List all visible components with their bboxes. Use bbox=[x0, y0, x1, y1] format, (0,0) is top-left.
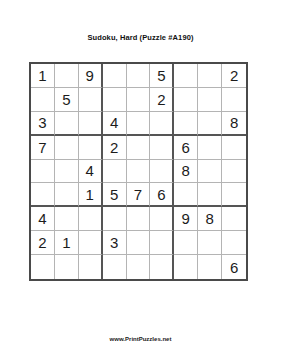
cell-r3c8[interactable] bbox=[198, 112, 222, 136]
cell-r2c8[interactable] bbox=[198, 88, 222, 112]
cell-r1c7[interactable] bbox=[174, 64, 198, 88]
cell-r2c9[interactable] bbox=[222, 88, 246, 112]
cell-r8c6[interactable] bbox=[150, 231, 174, 255]
cell-r4c5[interactable] bbox=[127, 136, 151, 160]
cell-r9c1[interactable] bbox=[31, 255, 55, 279]
cell-r1c5[interactable] bbox=[127, 64, 151, 88]
cell-r1c2[interactable] bbox=[55, 64, 79, 88]
cell-r5c9[interactable] bbox=[222, 160, 246, 184]
cell-r8c3[interactable] bbox=[79, 231, 103, 255]
cell-r1c6: 5 bbox=[150, 64, 174, 88]
cell-r4c7: 6 bbox=[174, 136, 198, 160]
cell-r7c8: 8 bbox=[198, 207, 222, 231]
cell-r2c7[interactable] bbox=[174, 88, 198, 112]
cell-r6c8[interactable] bbox=[198, 183, 222, 207]
cell-r7c3[interactable] bbox=[79, 207, 103, 231]
cell-r8c4: 3 bbox=[103, 231, 127, 255]
cell-r1c4[interactable] bbox=[103, 64, 127, 88]
cell-r8c9[interactable] bbox=[222, 231, 246, 255]
cell-r4c4: 2 bbox=[103, 136, 127, 160]
cell-r9c2[interactable] bbox=[55, 255, 79, 279]
cell-r9c6[interactable] bbox=[150, 255, 174, 279]
cell-r8c7[interactable] bbox=[174, 231, 198, 255]
cell-r7c2[interactable] bbox=[55, 207, 79, 231]
cell-r3c5[interactable] bbox=[127, 112, 151, 136]
footer-url[interactable]: www.PrintPuzzles.net bbox=[0, 336, 281, 342]
cell-r2c2: 5 bbox=[55, 88, 79, 112]
cell-r8c1: 2 bbox=[31, 231, 55, 255]
cell-r9c7[interactable] bbox=[174, 255, 198, 279]
cell-r3c9: 8 bbox=[222, 112, 246, 136]
cell-r9c8[interactable] bbox=[198, 255, 222, 279]
cell-r7c1: 4 bbox=[31, 207, 55, 231]
cell-r7c4[interactable] bbox=[103, 207, 127, 231]
cell-r4c2[interactable] bbox=[55, 136, 79, 160]
cell-r9c5[interactable] bbox=[127, 255, 151, 279]
cell-r5c1[interactable] bbox=[31, 160, 55, 184]
cell-r3c6[interactable] bbox=[150, 112, 174, 136]
cell-r5c2[interactable] bbox=[55, 160, 79, 184]
cell-r2c1[interactable] bbox=[31, 88, 55, 112]
cell-r9c4[interactable] bbox=[103, 255, 127, 279]
cell-r2c4[interactable] bbox=[103, 88, 127, 112]
cell-r6c5: 7 bbox=[127, 183, 151, 207]
cell-r5c3: 4 bbox=[79, 160, 103, 184]
cell-r1c8[interactable] bbox=[198, 64, 222, 88]
sudoku-board: 1952523487264815764982136 bbox=[29, 62, 248, 281]
cell-r3c4: 4 bbox=[103, 112, 127, 136]
cell-r7c9[interactable] bbox=[222, 207, 246, 231]
cell-r6c6: 6 bbox=[150, 183, 174, 207]
cell-r6c9[interactable] bbox=[222, 183, 246, 207]
cell-r4c8[interactable] bbox=[198, 136, 222, 160]
cell-r5c7: 8 bbox=[174, 160, 198, 184]
cell-r2c5[interactable] bbox=[127, 88, 151, 112]
cell-r2c6: 2 bbox=[150, 88, 174, 112]
cell-r6c4: 5 bbox=[103, 183, 127, 207]
cell-r9c9: 6 bbox=[222, 255, 246, 279]
cell-r6c2[interactable] bbox=[55, 183, 79, 207]
cell-r5c5[interactable] bbox=[127, 160, 151, 184]
cell-r1c3: 9 bbox=[79, 64, 103, 88]
cell-r6c1[interactable] bbox=[31, 183, 55, 207]
cell-r4c3[interactable] bbox=[79, 136, 103, 160]
cell-r3c2[interactable] bbox=[55, 112, 79, 136]
cell-r2c3[interactable] bbox=[79, 88, 103, 112]
cell-r1c1: 1 bbox=[31, 64, 55, 88]
cell-r5c8[interactable] bbox=[198, 160, 222, 184]
cell-r1c9: 2 bbox=[222, 64, 246, 88]
cell-r6c3: 1 bbox=[79, 183, 103, 207]
sudoku-page: Sudoku, Hard (Puzzle #A190) 195252348726… bbox=[0, 0, 281, 363]
cell-r8c2: 1 bbox=[55, 231, 79, 255]
cell-r3c3[interactable] bbox=[79, 112, 103, 136]
cell-r3c1: 3 bbox=[31, 112, 55, 136]
cell-r7c5[interactable] bbox=[127, 207, 151, 231]
cell-r5c6[interactable] bbox=[150, 160, 174, 184]
cell-r7c7: 9 bbox=[174, 207, 198, 231]
cell-r8c5[interactable] bbox=[127, 231, 151, 255]
cell-r5c4[interactable] bbox=[103, 160, 127, 184]
cell-r4c1: 7 bbox=[31, 136, 55, 160]
cell-r4c9[interactable] bbox=[222, 136, 246, 160]
cell-r7c6[interactable] bbox=[150, 207, 174, 231]
cell-r8c8[interactable] bbox=[198, 231, 222, 255]
cell-r6c7[interactable] bbox=[174, 183, 198, 207]
cell-r3c7[interactable] bbox=[174, 112, 198, 136]
puzzle-title: Sudoku, Hard (Puzzle #A190) bbox=[0, 33, 281, 42]
cell-r4c6[interactable] bbox=[150, 136, 174, 160]
cell-r9c3[interactable] bbox=[79, 255, 103, 279]
